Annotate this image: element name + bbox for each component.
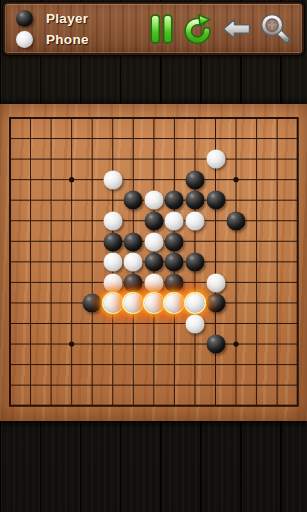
back-button[interactable] bbox=[222, 17, 251, 41]
winning-stone bbox=[165, 294, 184, 313]
stone-black bbox=[83, 294, 102, 313]
player-row-black: Player bbox=[16, 9, 89, 27]
stone-black bbox=[103, 232, 122, 251]
stone-black bbox=[206, 294, 225, 313]
winning-stone bbox=[103, 294, 122, 313]
stone-white bbox=[185, 212, 204, 231]
top-bar: Player Phone bbox=[3, 2, 304, 55]
board-grid bbox=[10, 118, 298, 406]
winning-stone bbox=[124, 294, 143, 313]
stone-black bbox=[206, 335, 225, 354]
player-panel: Player Phone bbox=[16, 9, 89, 48]
stone-black bbox=[165, 273, 184, 292]
winning-stone bbox=[185, 294, 204, 313]
star-point bbox=[233, 177, 238, 182]
pause-icon bbox=[150, 14, 173, 44]
stone-black bbox=[124, 191, 143, 210]
winning-stone bbox=[144, 294, 163, 313]
stone-black bbox=[124, 232, 143, 251]
stone-white bbox=[144, 273, 163, 292]
stone-white bbox=[103, 170, 122, 189]
stone-black bbox=[185, 170, 204, 189]
player-row-white: Phone bbox=[16, 30, 89, 48]
stone-white bbox=[206, 150, 225, 169]
stone-black bbox=[185, 253, 204, 272]
stone-black bbox=[206, 191, 225, 210]
stone-black bbox=[227, 212, 246, 231]
stone-white bbox=[165, 212, 184, 231]
screen: Player Phone bbox=[0, 0, 307, 512]
game-board[interactable] bbox=[0, 104, 307, 421]
back-arrow-icon bbox=[222, 17, 251, 41]
restart-icon bbox=[182, 13, 213, 44]
stone-white bbox=[185, 314, 204, 333]
stone-black bbox=[165, 191, 184, 210]
star-point bbox=[69, 342, 74, 347]
player-name: Player bbox=[46, 11, 88, 26]
stone-white bbox=[103, 212, 122, 231]
stone-black bbox=[165, 253, 184, 272]
opponent-name: Phone bbox=[46, 32, 89, 47]
stone-white bbox=[124, 253, 143, 272]
star-point bbox=[69, 177, 74, 182]
stone-black bbox=[124, 273, 143, 292]
zoom-button[interactable] bbox=[260, 13, 291, 44]
restart-button[interactable] bbox=[182, 13, 213, 44]
control-buttons bbox=[150, 13, 291, 44]
black-stone-icon bbox=[16, 10, 33, 27]
stone-white bbox=[103, 253, 122, 272]
stone-white bbox=[103, 273, 122, 292]
stone-white bbox=[206, 273, 225, 292]
stone-black bbox=[165, 232, 184, 251]
white-stone-icon bbox=[16, 31, 33, 48]
stone-white bbox=[144, 191, 163, 210]
stone-white bbox=[144, 232, 163, 251]
star-point bbox=[233, 342, 238, 347]
pause-button[interactable] bbox=[150, 14, 173, 44]
stone-black bbox=[144, 212, 163, 231]
magnifier-plus-icon bbox=[260, 13, 291, 44]
stone-black bbox=[185, 191, 204, 210]
stone-black bbox=[144, 253, 163, 272]
